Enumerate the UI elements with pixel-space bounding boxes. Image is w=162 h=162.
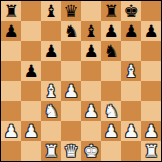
square-g5[interactable]: ♝ [121, 61, 141, 81]
black-pawn: ♟ [123, 21, 138, 41]
white-pawn: ♟ [103, 121, 118, 141]
black-pawn: ♟ [103, 21, 118, 41]
square-d5[interactable] [61, 61, 81, 81]
square-e4[interactable] [81, 81, 101, 101]
square-h6[interactable] [141, 41, 161, 61]
square-f1[interactable] [101, 141, 121, 161]
white-bishop: ♝ [123, 61, 138, 81]
square-c3[interactable]: ♞ [41, 101, 61, 121]
square-b7[interactable] [21, 21, 41, 41]
square-d6[interactable] [61, 41, 81, 61]
black-pawn: ♟ [83, 41, 98, 61]
square-d3[interactable] [61, 101, 81, 121]
square-g8[interactable]: ♚ [121, 1, 141, 21]
square-h1[interactable]: ♜ [141, 141, 161, 161]
square-f8[interactable]: ♜ [101, 1, 121, 21]
square-h3[interactable] [141, 101, 161, 121]
square-c7[interactable] [41, 21, 61, 41]
square-e2[interactable] [81, 121, 101, 141]
black-rook: ♜ [3, 1, 18, 21]
square-g4[interactable] [121, 81, 141, 101]
square-b6[interactable] [21, 41, 41, 61]
black-pawn: ♟ [3, 21, 18, 41]
white-knight: ♞ [103, 101, 118, 121]
square-g1[interactable] [121, 141, 141, 161]
white-pawn: ♟ [123, 121, 138, 141]
white-king: ♚ [83, 141, 98, 161]
black-pawn: ♟ [143, 21, 158, 41]
square-c1[interactable]: ♜ [41, 141, 61, 161]
white-pawn: ♟ [143, 121, 158, 141]
square-g7[interactable]: ♟ [121, 21, 141, 41]
black-king: ♚ [123, 1, 138, 21]
square-c6[interactable]: ♟ [41, 41, 61, 61]
black-queen: ♛ [63, 1, 78, 21]
black-knight: ♞ [63, 21, 78, 41]
black-bishop: ♝ [43, 1, 58, 21]
square-e5[interactable] [81, 61, 101, 81]
square-e7[interactable]: ♝ [81, 21, 101, 41]
square-e6[interactable]: ♟ [81, 41, 101, 61]
white-pawn: ♟ [23, 121, 38, 141]
square-e8[interactable] [81, 1, 101, 21]
square-g6[interactable] [121, 41, 141, 61]
white-rook: ♜ [143, 141, 158, 161]
square-b4[interactable] [21, 81, 41, 101]
square-b8[interactable] [21, 1, 41, 21]
square-h8[interactable] [141, 1, 161, 21]
square-d7[interactable]: ♞ [61, 21, 81, 41]
white-rook: ♜ [43, 141, 58, 161]
square-f4[interactable] [101, 81, 121, 101]
square-g2[interactable]: ♟ [121, 121, 141, 141]
square-f2[interactable]: ♟ [101, 121, 121, 141]
square-b1[interactable] [21, 141, 41, 161]
square-c4[interactable]: ♝ [41, 81, 61, 101]
white-pawn: ♟ [3, 121, 18, 141]
square-b5[interactable]: ♟ [21, 61, 41, 81]
square-d2[interactable] [61, 121, 81, 141]
white-bishop: ♝ [43, 81, 58, 101]
black-bishop: ♝ [83, 21, 98, 41]
square-a1[interactable] [1, 141, 21, 161]
square-e1[interactable]: ♚ [81, 141, 101, 161]
chess-board: ♜♝♛♜♚♟♞♝♟♟♟♟♟♞♟♝♝♟♞♟♞♟♟♟♟♟♜♛♚♜ [1, 1, 161, 161]
square-e3[interactable]: ♟ [81, 101, 101, 121]
square-g3[interactable] [121, 101, 141, 121]
square-a5[interactable] [1, 61, 21, 81]
square-a6[interactable] [1, 41, 21, 61]
square-c2[interactable] [41, 121, 61, 141]
square-f6[interactable]: ♞ [101, 41, 121, 61]
square-c5[interactable] [41, 61, 61, 81]
square-d8[interactable]: ♛ [61, 1, 81, 21]
white-pawn: ♟ [83, 101, 98, 121]
chess-board-frame: ♜♝♛♜♚♟♞♝♟♟♟♟♟♞♟♝♝♟♞♟♞♟♟♟♟♟♜♛♚♜ [0, 0, 162, 162]
square-d1[interactable]: ♛ [61, 141, 81, 161]
white-pawn: ♟ [63, 81, 78, 101]
square-c8[interactable]: ♝ [41, 1, 61, 21]
white-knight: ♞ [43, 101, 58, 121]
square-f5[interactable] [101, 61, 121, 81]
square-h5[interactable] [141, 61, 161, 81]
square-a3[interactable] [1, 101, 21, 121]
square-f7[interactable]: ♟ [101, 21, 121, 41]
square-a2[interactable]: ♟ [1, 121, 21, 141]
black-rook: ♜ [103, 1, 118, 21]
square-d4[interactable]: ♟ [61, 81, 81, 101]
black-pawn: ♟ [43, 41, 58, 61]
square-b3[interactable] [21, 101, 41, 121]
black-pawn: ♟ [23, 61, 38, 81]
square-h7[interactable]: ♟ [141, 21, 161, 41]
square-h2[interactable]: ♟ [141, 121, 161, 141]
white-queen: ♛ [63, 141, 78, 161]
square-a7[interactable]: ♟ [1, 21, 21, 41]
square-f3[interactable]: ♞ [101, 101, 121, 121]
black-knight: ♞ [103, 41, 118, 61]
square-a4[interactable] [1, 81, 21, 101]
square-a8[interactable]: ♜ [1, 1, 21, 21]
square-b2[interactable]: ♟ [21, 121, 41, 141]
square-h4[interactable] [141, 81, 161, 101]
